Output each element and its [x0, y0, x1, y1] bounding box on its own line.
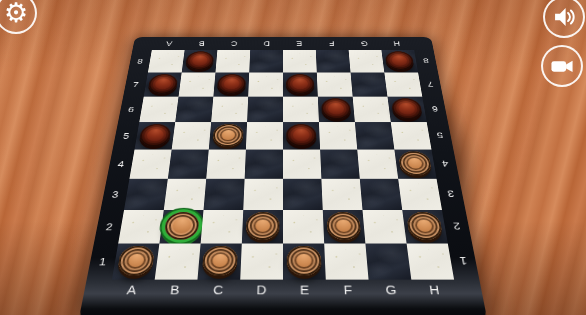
- square-d1: [240, 244, 283, 280]
- file-label-bottom: A: [105, 280, 155, 315]
- frame-corner: [132, 37, 154, 50]
- game-screen: ABCDEFGH8877665544332211ABCDEFGH ⚙: [0, 0, 586, 315]
- square-b6[interactable]: [175, 97, 213, 123]
- piece-light-man[interactable]: [202, 246, 238, 275]
- settings-button[interactable]: ⚙: [0, 0, 37, 34]
- square-f1: [324, 244, 368, 280]
- square-f7: [317, 73, 353, 97]
- square-c4: [206, 150, 246, 179]
- square-h4[interactable]: [394, 150, 436, 179]
- file-label-bottom: H: [411, 280, 461, 315]
- piece-dark-man[interactable]: [391, 98, 423, 119]
- piece-dark-man[interactable]: [147, 74, 178, 94]
- square-e8: [283, 50, 317, 73]
- square-g3[interactable]: [360, 179, 402, 210]
- square-g8: [349, 50, 385, 73]
- square-d5: [246, 122, 283, 149]
- square-g2: [362, 210, 406, 244]
- piece-light-man[interactable]: [212, 124, 243, 146]
- file-label-bottom: F: [326, 280, 372, 315]
- square-c1[interactable]: [197, 244, 241, 280]
- square-d3: [243, 179, 283, 210]
- file-label-bottom: G: [369, 280, 417, 315]
- square-b4[interactable]: [168, 150, 209, 179]
- square-h5: [391, 122, 432, 149]
- file-label-top: G: [347, 37, 381, 50]
- file-label-bottom: C: [194, 280, 240, 315]
- square-e5[interactable]: [283, 122, 320, 149]
- square-b3: [164, 179, 206, 210]
- square-f5: [319, 122, 357, 149]
- square-g6: [353, 97, 391, 123]
- file-label-top: H: [380, 37, 414, 50]
- square-a5[interactable]: [135, 122, 176, 149]
- square-a2: [118, 210, 164, 244]
- video-camera-icon: [549, 53, 575, 79]
- square-f6[interactable]: [318, 97, 355, 123]
- square-b7: [179, 73, 216, 97]
- piece-dark-man[interactable]: [286, 124, 316, 146]
- square-h6[interactable]: [387, 97, 426, 123]
- square-c6: [211, 97, 248, 123]
- square-g4: [357, 150, 398, 179]
- square-e6: [283, 97, 319, 123]
- piece-dark-man[interactable]: [217, 74, 246, 94]
- square-d4[interactable]: [245, 150, 283, 179]
- piece-light-man[interactable]: [326, 212, 361, 239]
- piece-light-man[interactable]: [398, 151, 432, 175]
- file-label-top: C: [217, 37, 250, 50]
- camera-button[interactable]: [541, 45, 583, 87]
- square-c5[interactable]: [209, 122, 247, 149]
- square-c8: [215, 50, 250, 73]
- square-b2[interactable]: [159, 210, 203, 244]
- square-e2: [283, 210, 324, 244]
- gear-icon: ⚙: [4, 0, 28, 26]
- square-e3[interactable]: [283, 179, 323, 210]
- square-h8[interactable]: [381, 50, 418, 73]
- square-f2[interactable]: [323, 210, 366, 244]
- file-label-top: F: [315, 37, 348, 50]
- square-a7[interactable]: [144, 73, 182, 97]
- file-label-top: E: [283, 37, 316, 50]
- speaker-icon: [551, 4, 577, 30]
- square-f3: [321, 179, 362, 210]
- piece-dark-man[interactable]: [138, 124, 171, 146]
- square-c3[interactable]: [204, 179, 245, 210]
- square-d7: [248, 73, 283, 97]
- frame-corner: [412, 37, 434, 50]
- square-e1[interactable]: [283, 244, 326, 280]
- square-c7[interactable]: [213, 73, 249, 97]
- square-h3: [398, 179, 442, 210]
- sound-button[interactable]: [543, 0, 585, 38]
- square-g5[interactable]: [355, 122, 394, 149]
- file-label-bottom: E: [283, 280, 328, 315]
- piece-light-man[interactable]: [406, 212, 443, 239]
- square-a1[interactable]: [112, 244, 159, 280]
- piece-light-man-selected[interactable]: [164, 212, 200, 239]
- file-label-bottom: B: [149, 280, 197, 315]
- square-a8: [148, 50, 185, 73]
- square-c2: [201, 210, 244, 244]
- piece-dark-man[interactable]: [385, 51, 415, 70]
- piece-dark-man[interactable]: [185, 51, 214, 70]
- file-label-top: A: [152, 37, 186, 50]
- square-e4: [283, 150, 321, 179]
- file-label-top: D: [250, 37, 283, 50]
- square-e7[interactable]: [283, 73, 318, 97]
- square-d2[interactable]: [242, 210, 283, 244]
- square-d6[interactable]: [247, 97, 283, 123]
- piece-dark-man[interactable]: [286, 74, 314, 94]
- piece-light-man[interactable]: [246, 212, 280, 239]
- square-a6: [139, 97, 178, 123]
- square-h7: [384, 73, 422, 97]
- piece-light-man[interactable]: [287, 246, 322, 275]
- square-b1: [155, 244, 201, 280]
- board: ABCDEFGH8877665544332211ABCDEFGH: [79, 37, 488, 315]
- square-f8[interactable]: [316, 50, 351, 73]
- square-b5: [172, 122, 211, 149]
- piece-dark-man[interactable]: [321, 98, 351, 119]
- square-h2[interactable]: [402, 210, 448, 244]
- file-label-bottom: D: [238, 280, 283, 315]
- square-g1[interactable]: [365, 244, 411, 280]
- square-a4: [129, 150, 171, 179]
- square-f4[interactable]: [320, 150, 360, 179]
- square-a3[interactable]: [124, 179, 168, 210]
- square-h1: [407, 244, 454, 280]
- piece-light-man[interactable]: [117, 246, 156, 275]
- square-g7[interactable]: [351, 73, 388, 97]
- square-d8[interactable]: [249, 50, 283, 73]
- square-b8[interactable]: [182, 50, 218, 73]
- file-label-top: B: [185, 37, 219, 50]
